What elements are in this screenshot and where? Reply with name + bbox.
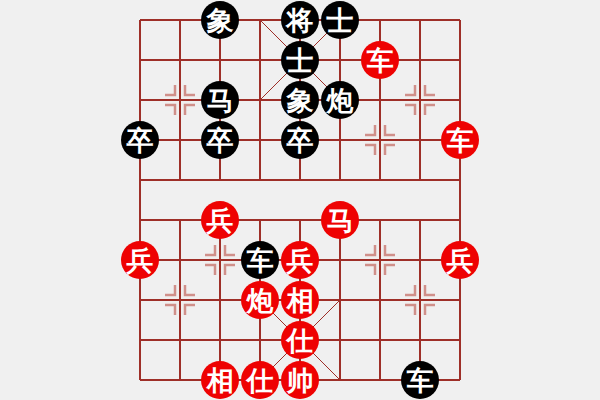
piece-red-chariot[interactable]: 车 bbox=[441, 121, 479, 159]
piece-black-soldier[interactable]: 卒 bbox=[281, 121, 319, 159]
piece-red-soldier[interactable]: 兵 bbox=[121, 241, 159, 279]
piece-red-elephant[interactable]: 相 bbox=[281, 281, 319, 319]
piece-red-soldier[interactable]: 兵 bbox=[201, 201, 239, 239]
piece-red-cannon[interactable]: 炮 bbox=[241, 281, 279, 319]
piece-red-general[interactable]: 帅 bbox=[281, 361, 319, 399]
piece-black-general[interactable]: 将 bbox=[281, 1, 319, 39]
piece-red-chariot[interactable]: 车 bbox=[361, 41, 399, 79]
piece-red-advisor[interactable]: 仕 bbox=[241, 361, 279, 399]
piece-red-soldier[interactable]: 兵 bbox=[281, 241, 319, 279]
piece-black-elephant[interactable]: 象 bbox=[201, 1, 239, 39]
piece-red-advisor[interactable]: 仕 bbox=[281, 321, 319, 359]
piece-black-soldier[interactable]: 卒 bbox=[121, 121, 159, 159]
xiangqi-board[interactable]: 象将士士车马象炮卒卒卒车兵马兵车兵兵炮相仕相仕帅车 bbox=[120, 0, 480, 400]
piece-black-chariot[interactable]: 车 bbox=[401, 361, 439, 399]
piece-black-advisor[interactable]: 士 bbox=[321, 1, 359, 39]
piece-black-advisor[interactable]: 士 bbox=[281, 41, 319, 79]
xiangqi-diagram: 象将士士车马象炮卒卒卒车兵马兵车兵兵炮相仕相仕帅车 bbox=[0, 0, 600, 400]
piece-black-soldier[interactable]: 卒 bbox=[201, 121, 239, 159]
piece-black-cannon[interactable]: 炮 bbox=[321, 81, 359, 119]
piece-black-horse[interactable]: 马 bbox=[201, 81, 239, 119]
piece-red-elephant[interactable]: 相 bbox=[201, 361, 239, 399]
piece-black-elephant[interactable]: 象 bbox=[281, 81, 319, 119]
piece-red-horse[interactable]: 马 bbox=[321, 201, 359, 239]
piece-red-soldier[interactable]: 兵 bbox=[441, 241, 479, 279]
piece-black-chariot[interactable]: 车 bbox=[241, 241, 279, 279]
